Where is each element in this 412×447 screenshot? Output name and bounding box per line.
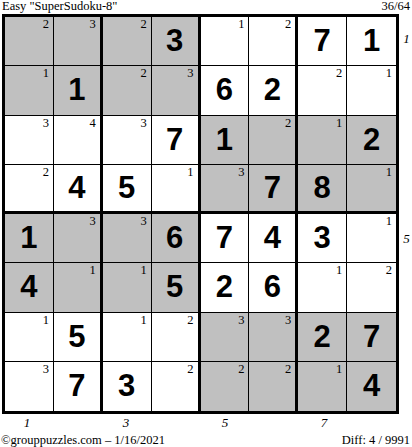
pencil-mark: 1 bbox=[336, 116, 342, 131]
pencil-mark: 3 bbox=[90, 17, 96, 32]
cell-r4c1[interactable]: 2 bbox=[5, 165, 54, 214]
cell-r6c8[interactable]: 2 bbox=[347, 263, 396, 312]
cell-value: 4 bbox=[249, 214, 295, 262]
pencil-mark: 3 bbox=[90, 214, 96, 229]
cell-r1c4[interactable]: 3 bbox=[152, 17, 201, 66]
cell-r8c4[interactable]: 2 bbox=[152, 362, 201, 411]
cell-r8c8[interactable]: 4 bbox=[347, 362, 396, 411]
cell-value: 5 bbox=[152, 263, 198, 311]
cell-r8c7[interactable]: 1 bbox=[298, 362, 347, 411]
cell-value: 4 bbox=[54, 165, 100, 211]
pencil-mark: 1 bbox=[386, 214, 392, 229]
cell-r1c5[interactable]: 1 bbox=[201, 17, 250, 66]
cell-r4c6[interactable]: 7 bbox=[249, 165, 298, 214]
cell-value: 2 bbox=[347, 116, 396, 164]
cell-r6c4[interactable]: 5 bbox=[152, 263, 201, 312]
cell-value: 2 bbox=[298, 313, 346, 361]
cell-r8c3[interactable]: 3 bbox=[103, 362, 152, 411]
cell-r3c5[interactable]: 1 bbox=[201, 116, 250, 165]
cell-r4c7[interactable]: 8 bbox=[298, 165, 347, 214]
difficulty-text: Diff: 4 / 9991 bbox=[342, 433, 410, 447]
header: Easy "SuperSudoku-8" 36/64 bbox=[2, 0, 410, 14]
cell-r2c4[interactable]: 3 bbox=[152, 66, 201, 115]
cell-r3c2[interactable]: 4 bbox=[54, 116, 103, 165]
cell-value: 3 bbox=[298, 214, 346, 262]
cell-r3c7[interactable]: 1 bbox=[298, 116, 347, 165]
pencil-mark: 2 bbox=[238, 362, 244, 377]
cell-r5c6[interactable]: 4 bbox=[249, 214, 298, 263]
pencil-mark: 1 bbox=[43, 313, 49, 328]
cell-r7c4[interactable]: 2 bbox=[152, 313, 201, 362]
cell-r6c3[interactable]: 1 bbox=[103, 263, 152, 312]
pencil-mark: 3 bbox=[187, 66, 193, 81]
cell-r1c8[interactable]: 1 bbox=[347, 17, 396, 66]
pencil-mark: 4 bbox=[90, 116, 96, 131]
pencil-mark: 1 bbox=[238, 17, 244, 32]
pencil-mark: 1 bbox=[140, 313, 146, 328]
cell-r3c6[interactable]: 2 bbox=[249, 116, 298, 165]
cell-value: 7 bbox=[54, 362, 100, 411]
cell-r2c6[interactable]: 2 bbox=[249, 66, 298, 115]
pencil-mark: 1 bbox=[90, 263, 96, 278]
cell-r2c8[interactable]: 1 bbox=[347, 66, 396, 115]
pencil-mark: 2 bbox=[285, 116, 291, 131]
puzzle-title: Easy "SuperSudoku-8" bbox=[2, 0, 117, 13]
pencil-mark: 2 bbox=[140, 17, 146, 32]
pencil-mark: 3 bbox=[43, 362, 49, 377]
row-label-5: 5 bbox=[401, 231, 412, 247]
col-label-5: 5 bbox=[215, 415, 235, 431]
puzzle-page: Easy "SuperSudoku-8" 36/64 2323127111236… bbox=[0, 0, 412, 447]
cell-value: 7 bbox=[152, 116, 198, 164]
sudoku-board: 2323127111236221343712122451378113367431… bbox=[2, 14, 399, 414]
cell-r5c4[interactable]: 6 bbox=[152, 214, 201, 263]
cell-r6c5[interactable]: 2 bbox=[201, 263, 250, 312]
cell-r5c7[interactable]: 3 bbox=[298, 214, 347, 263]
pencil-mark: 2 bbox=[386, 263, 392, 278]
cell-value: 2 bbox=[249, 66, 295, 114]
cell-r8c6[interactable]: 2 bbox=[249, 362, 298, 411]
cell-r8c1[interactable]: 3 bbox=[5, 362, 54, 411]
pencil-mark: 1 bbox=[386, 165, 392, 180]
cell-r7c1[interactable]: 1 bbox=[5, 313, 54, 362]
cell-r3c8[interactable]: 2 bbox=[347, 116, 396, 165]
pencil-mark: 3 bbox=[238, 313, 244, 328]
pencil-mark: 2 bbox=[336, 66, 342, 81]
cell-value: 1 bbox=[347, 17, 396, 65]
cell-r7c7[interactable]: 2 bbox=[298, 313, 347, 362]
cell-r1c2[interactable]: 3 bbox=[54, 17, 103, 66]
progress-counter: 36/64 bbox=[382, 0, 410, 13]
cell-r4c3[interactable]: 5 bbox=[103, 165, 152, 214]
cell-r2c3[interactable]: 2 bbox=[103, 66, 152, 115]
cell-r3c1[interactable]: 3 bbox=[5, 116, 54, 165]
cell-r8c2[interactable]: 7 bbox=[54, 362, 103, 411]
cell-value: 8 bbox=[298, 165, 346, 211]
cell-r6c2[interactable]: 1 bbox=[54, 263, 103, 312]
cell-value: 7 bbox=[347, 313, 396, 361]
cell-r2c2[interactable]: 1 bbox=[54, 66, 103, 115]
cell-r1c1[interactable]: 2 bbox=[5, 17, 54, 66]
cell-value: 2 bbox=[201, 263, 249, 311]
cell-value: 3 bbox=[103, 362, 151, 411]
pencil-mark: 3 bbox=[140, 116, 146, 131]
cell-value: 3 bbox=[152, 17, 198, 65]
col-label-7: 7 bbox=[314, 415, 334, 431]
cell-r2c5[interactable]: 6 bbox=[201, 66, 250, 115]
pencil-mark: 2 bbox=[285, 362, 291, 377]
cell-r7c2[interactable]: 5 bbox=[54, 313, 103, 362]
cell-value: 5 bbox=[103, 165, 151, 211]
cell-r7c5[interactable]: 3 bbox=[201, 313, 250, 362]
cell-r5c1[interactable]: 1 bbox=[5, 214, 54, 263]
cell-r2c1[interactable]: 1 bbox=[5, 66, 54, 115]
cell-value: 1 bbox=[201, 116, 249, 164]
cell-value: 1 bbox=[5, 214, 53, 262]
cell-value: 6 bbox=[249, 263, 295, 311]
cell-r7c3[interactable]: 1 bbox=[103, 313, 152, 362]
cell-r3c3[interactable]: 3 bbox=[103, 116, 152, 165]
cell-r1c6[interactable]: 2 bbox=[249, 17, 298, 66]
cell-r4c4[interactable]: 1 bbox=[152, 165, 201, 214]
pencil-mark: 3 bbox=[238, 165, 244, 180]
pencil-mark: 2 bbox=[140, 66, 146, 81]
cell-r1c7[interactable]: 7 bbox=[298, 17, 347, 66]
cell-r4c5[interactable]: 3 bbox=[201, 165, 250, 214]
pencil-mark: 1 bbox=[386, 66, 392, 81]
cell-value: 5 bbox=[54, 313, 100, 361]
cell-value: 6 bbox=[152, 214, 198, 262]
pencil-mark: 3 bbox=[140, 214, 146, 229]
footer: ©grouppuzzles.com – 1/16/2021 Diff: 4 / … bbox=[1, 431, 410, 447]
cell-value: 4 bbox=[347, 362, 396, 411]
cell-r5c3[interactable]: 3 bbox=[103, 214, 152, 263]
cell-r4c2[interactable]: 4 bbox=[54, 165, 103, 214]
cell-value: 1 bbox=[54, 66, 100, 114]
pencil-mark: 3 bbox=[285, 313, 291, 328]
pencil-mark: 1 bbox=[140, 263, 146, 278]
pencil-mark: 2 bbox=[187, 313, 193, 328]
cell-r8c5[interactable]: 2 bbox=[201, 362, 250, 411]
cell-r5c8[interactable]: 1 bbox=[347, 214, 396, 263]
cell-r6c6[interactable]: 6 bbox=[249, 263, 298, 312]
col-label-1: 1 bbox=[17, 415, 37, 431]
cell-r1c3[interactable]: 2 bbox=[103, 17, 152, 66]
pencil-mark: 1 bbox=[43, 66, 49, 81]
cell-r2c7[interactable]: 2 bbox=[298, 66, 347, 115]
cell-value: 4 bbox=[5, 263, 53, 311]
cell-r3c4[interactable]: 7 bbox=[152, 116, 201, 165]
cell-r5c2[interactable]: 3 bbox=[54, 214, 103, 263]
row-label-1: 1 bbox=[401, 31, 412, 47]
pencil-mark: 2 bbox=[43, 17, 49, 32]
pencil-mark: 2 bbox=[43, 165, 49, 180]
cell-r7c8[interactable]: 7 bbox=[347, 313, 396, 362]
cell-value: 7 bbox=[298, 17, 346, 65]
cell-r6c7[interactable]: 1 bbox=[298, 263, 347, 312]
pencil-mark: 1 bbox=[336, 362, 342, 377]
cell-value: 7 bbox=[249, 165, 295, 211]
col-label-3: 3 bbox=[116, 415, 136, 431]
pencil-mark: 1 bbox=[336, 263, 342, 278]
cell-r4c8[interactable]: 1 bbox=[347, 165, 396, 214]
pencil-mark: 1 bbox=[187, 165, 193, 180]
pencil-mark: 2 bbox=[285, 17, 291, 32]
cell-r5c5[interactable]: 7 bbox=[201, 214, 250, 263]
cell-value: 7 bbox=[201, 214, 249, 262]
cell-r7c6[interactable]: 3 bbox=[249, 313, 298, 362]
cell-value: 6 bbox=[201, 66, 249, 114]
cell-r6c1[interactable]: 4 bbox=[5, 263, 54, 312]
pencil-mark: 2 bbox=[187, 362, 193, 377]
pencil-mark: 3 bbox=[43, 116, 49, 131]
copyright-text: ©grouppuzzles.com – 1/16/2021 bbox=[1, 433, 165, 447]
